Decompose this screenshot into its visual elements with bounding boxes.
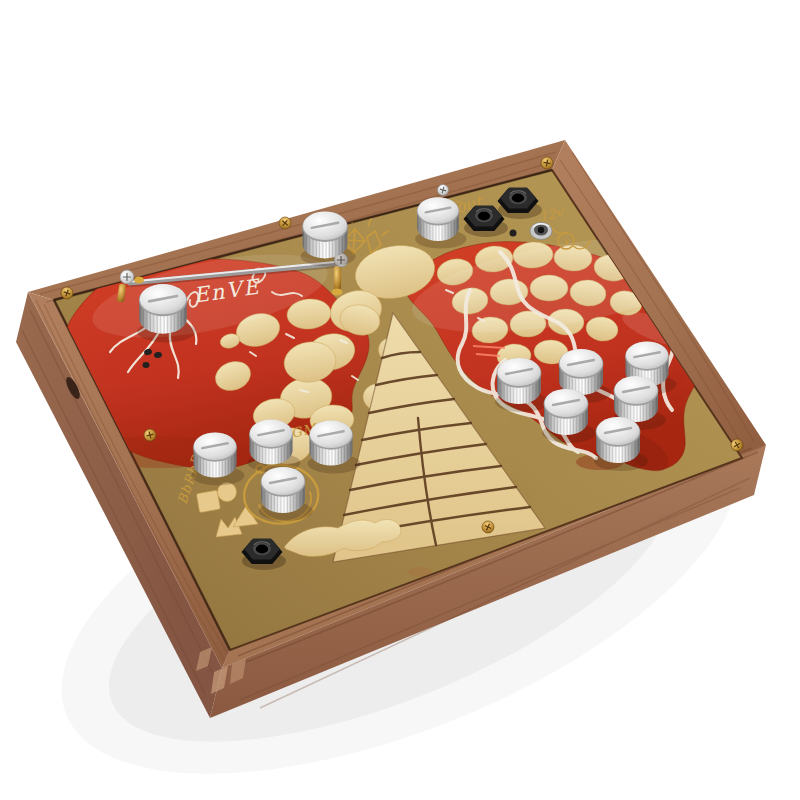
dc-power-jack xyxy=(530,223,552,240)
square-glyph xyxy=(196,490,220,512)
product-photo: out 12v x EnVE BPGMA BbRbR xyxy=(0,0,800,800)
synthesizer-illustration: out 12v x EnVE BPGMA BbRbR xyxy=(0,0,800,800)
